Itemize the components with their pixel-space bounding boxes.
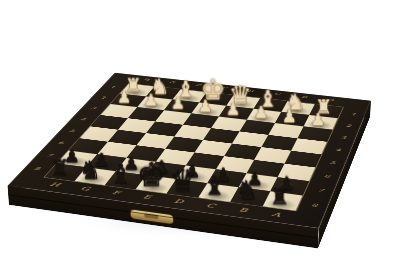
black-bishop: ♝ [109,161,132,187]
white-pawn: ♟ [311,111,326,128]
product-photo-scene: HGFEDCBA HGFEDCBA 12345678 12345678 ♜♞♝♚… [0,0,420,259]
square-a4 [291,138,327,154]
white-pawn: ♟ [282,108,297,125]
square-h5 [80,126,118,141]
white-pawn: ♟ [254,105,269,121]
square-c8: ♝ [198,183,238,202]
white-pawn: ♟ [198,98,213,114]
square-d8: ♛ [167,179,208,198]
rank-label: 8 [302,196,326,214]
black-king: ♚ [137,158,166,191]
rank-label: 5 [322,155,344,170]
file-label: D [159,196,196,209]
black-knight: ♞ [79,158,101,183]
square-a8: ♜ [263,191,303,210]
file-label: B [224,205,262,218]
chess-board: HGFEDCBA HGFEDCBA 12345678 12345678 ♜♞♝♚… [8,73,371,229]
black-queen: ♛ [170,165,197,195]
file-label: C [191,201,228,214]
black-rook: ♜ [50,157,69,178]
file-label: A [257,209,295,222]
white-pawn: ♟ [226,102,241,118]
black-knight: ♞ [235,178,258,204]
brass-clasp [130,209,172,224]
white-pawn: ♟ [117,89,131,105]
square-b4 [261,135,297,151]
white-pawn: ♟ [171,95,185,111]
black-bishop: ♝ [203,173,227,200]
white-pawn: ♟ [144,92,158,108]
black-rook: ♜ [269,186,289,208]
square-f4 [146,121,183,136]
